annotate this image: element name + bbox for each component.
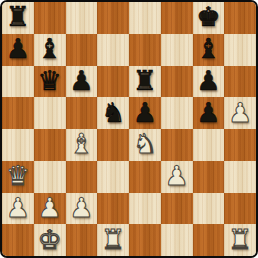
piece-black-queen-b6[interactable]: ♛ <box>38 67 62 94</box>
square-a5[interactable] <box>2 97 34 129</box>
square-f6[interactable] <box>161 66 193 98</box>
square-g3[interactable] <box>193 161 225 193</box>
piece-white-rook-d1[interactable]: ♜ <box>101 226 125 253</box>
piece-white-knight-e4[interactable]: ♞ <box>133 130 157 157</box>
square-e4[interactable]: ♞ <box>129 129 161 161</box>
square-f5[interactable] <box>161 97 193 129</box>
square-b1[interactable]: ♚ <box>34 224 66 256</box>
square-f4[interactable] <box>161 129 193 161</box>
square-e8[interactable] <box>129 2 161 34</box>
square-e2[interactable] <box>129 193 161 225</box>
square-g2[interactable] <box>193 193 225 225</box>
square-h5[interactable]: ♟ <box>224 97 256 129</box>
square-a6[interactable] <box>2 66 34 98</box>
square-e1[interactable] <box>129 224 161 256</box>
square-h8[interactable] <box>224 2 256 34</box>
square-d1[interactable]: ♜ <box>97 224 129 256</box>
square-b8[interactable] <box>34 2 66 34</box>
piece-white-queen-a3[interactable]: ♛ <box>6 162 30 189</box>
square-c4[interactable]: ♝ <box>66 129 98 161</box>
chess-board: ♜♚♟♝♝♛♟♜♟♞♟♟♟♝♞♛♟♟♟♟♚♜♜ <box>0 0 258 258</box>
square-f8[interactable] <box>161 2 193 34</box>
square-d7[interactable] <box>97 34 129 66</box>
square-h1[interactable]: ♜ <box>224 224 256 256</box>
square-e7[interactable] <box>129 34 161 66</box>
square-h7[interactable] <box>224 34 256 66</box>
square-c8[interactable] <box>66 2 98 34</box>
piece-black-pawn-a7[interactable]: ♟ <box>6 35 30 62</box>
square-f2[interactable] <box>161 193 193 225</box>
square-h4[interactable] <box>224 129 256 161</box>
piece-white-pawn-a2[interactable]: ♟ <box>6 194 30 221</box>
square-d8[interactable] <box>97 2 129 34</box>
piece-white-pawn-b2[interactable]: ♟ <box>38 194 62 221</box>
piece-white-pawn-c2[interactable]: ♟ <box>69 194 93 221</box>
square-b3[interactable] <box>34 161 66 193</box>
square-d4[interactable] <box>97 129 129 161</box>
piece-white-rook-h1[interactable]: ♜ <box>228 226 252 253</box>
square-g8[interactable]: ♚ <box>193 2 225 34</box>
piece-black-pawn-e5[interactable]: ♟ <box>133 99 157 126</box>
square-g6[interactable]: ♟ <box>193 66 225 98</box>
square-f3[interactable]: ♟ <box>161 161 193 193</box>
square-c7[interactable] <box>66 34 98 66</box>
square-e5[interactable]: ♟ <box>129 97 161 129</box>
square-f1[interactable] <box>161 224 193 256</box>
square-a1[interactable] <box>2 224 34 256</box>
piece-black-rook-e6[interactable]: ♜ <box>133 67 157 94</box>
square-c6[interactable]: ♟ <box>66 66 98 98</box>
square-f7[interactable] <box>161 34 193 66</box>
square-d3[interactable] <box>97 161 129 193</box>
piece-white-bishop-c4[interactable]: ♝ <box>69 130 93 157</box>
square-b4[interactable] <box>34 129 66 161</box>
square-b6[interactable]: ♛ <box>34 66 66 98</box>
piece-white-king-b1[interactable]: ♚ <box>38 226 62 253</box>
square-b5[interactable] <box>34 97 66 129</box>
piece-black-bishop-g7[interactable]: ♝ <box>196 35 220 62</box>
square-d2[interactable] <box>97 193 129 225</box>
piece-black-king-g8[interactable]: ♚ <box>196 3 220 30</box>
square-a7[interactable]: ♟ <box>2 34 34 66</box>
square-h3[interactable] <box>224 161 256 193</box>
square-a3[interactable]: ♛ <box>2 161 34 193</box>
piece-white-pawn-h5[interactable]: ♟ <box>228 99 252 126</box>
square-d5[interactable]: ♞ <box>97 97 129 129</box>
piece-white-pawn-f3[interactable]: ♟ <box>165 162 189 189</box>
piece-black-pawn-g6[interactable]: ♟ <box>196 67 220 94</box>
piece-black-bishop-b7[interactable]: ♝ <box>38 35 62 62</box>
square-e3[interactable] <box>129 161 161 193</box>
square-c2[interactable]: ♟ <box>66 193 98 225</box>
piece-black-rook-a8[interactable]: ♜ <box>6 3 30 30</box>
square-g5[interactable]: ♟ <box>193 97 225 129</box>
square-c3[interactable] <box>66 161 98 193</box>
square-g1[interactable] <box>193 224 225 256</box>
square-b2[interactable]: ♟ <box>34 193 66 225</box>
square-e6[interactable]: ♜ <box>129 66 161 98</box>
square-a8[interactable]: ♜ <box>2 2 34 34</box>
square-h6[interactable] <box>224 66 256 98</box>
piece-black-pawn-g5[interactable]: ♟ <box>196 99 220 126</box>
chess-board-wrap: ♜♚♟♝♝♛♟♜♟♞♟♟♟♝♞♛♟♟♟♟♚♜♜ <box>0 0 258 258</box>
piece-black-knight-d5[interactable]: ♞ <box>101 99 125 126</box>
square-g7[interactable]: ♝ <box>193 34 225 66</box>
piece-black-pawn-c6[interactable]: ♟ <box>69 67 93 94</box>
square-c1[interactable] <box>66 224 98 256</box>
square-a2[interactable]: ♟ <box>2 193 34 225</box>
square-b7[interactable]: ♝ <box>34 34 66 66</box>
square-c5[interactable] <box>66 97 98 129</box>
square-a4[interactable] <box>2 129 34 161</box>
square-d6[interactable] <box>97 66 129 98</box>
square-g4[interactable] <box>193 129 225 161</box>
square-h2[interactable] <box>224 193 256 225</box>
